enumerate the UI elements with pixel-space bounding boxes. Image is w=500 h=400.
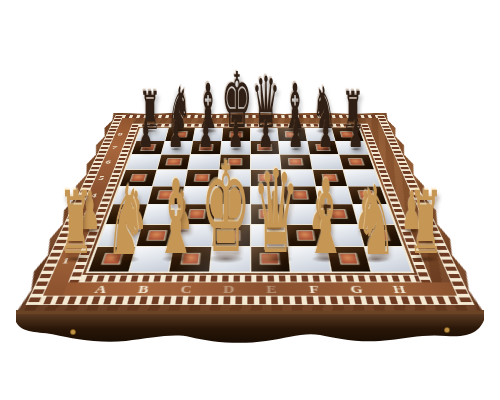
brass-hinge-pin-left	[70, 329, 75, 334]
file-label-c: C	[179, 283, 192, 296]
chess-set-photo: ABCDEFGH 12345678 ♜♞♝♚♛♝♞♜♟♟♟♟♟♟♟♟♟♟♟♟♟♟…	[0, 0, 500, 400]
black-pawn-g7: ♟	[316, 130, 337, 153]
file-label-f: F	[308, 283, 319, 296]
white-knight-g1: ♞	[349, 205, 403, 265]
outer-mosaic-band-near	[26, 296, 475, 305]
apron-wavy-edge	[16, 314, 484, 343]
brass-hinge-pin-right	[444, 327, 449, 332]
white-bishop-f1: ♝	[297, 201, 354, 265]
file-label-e: E	[266, 283, 277, 296]
black-pawn-a7: ♟	[136, 130, 157, 153]
white-rook-h1: ♜	[402, 211, 450, 265]
file-label-d: D	[223, 283, 235, 296]
black-pawn-b7: ♟	[166, 130, 187, 153]
black-pawn-h7: ♟	[346, 130, 367, 153]
white-knight-b1: ♞	[99, 205, 153, 265]
white-rook-a1: ♜	[52, 211, 100, 265]
